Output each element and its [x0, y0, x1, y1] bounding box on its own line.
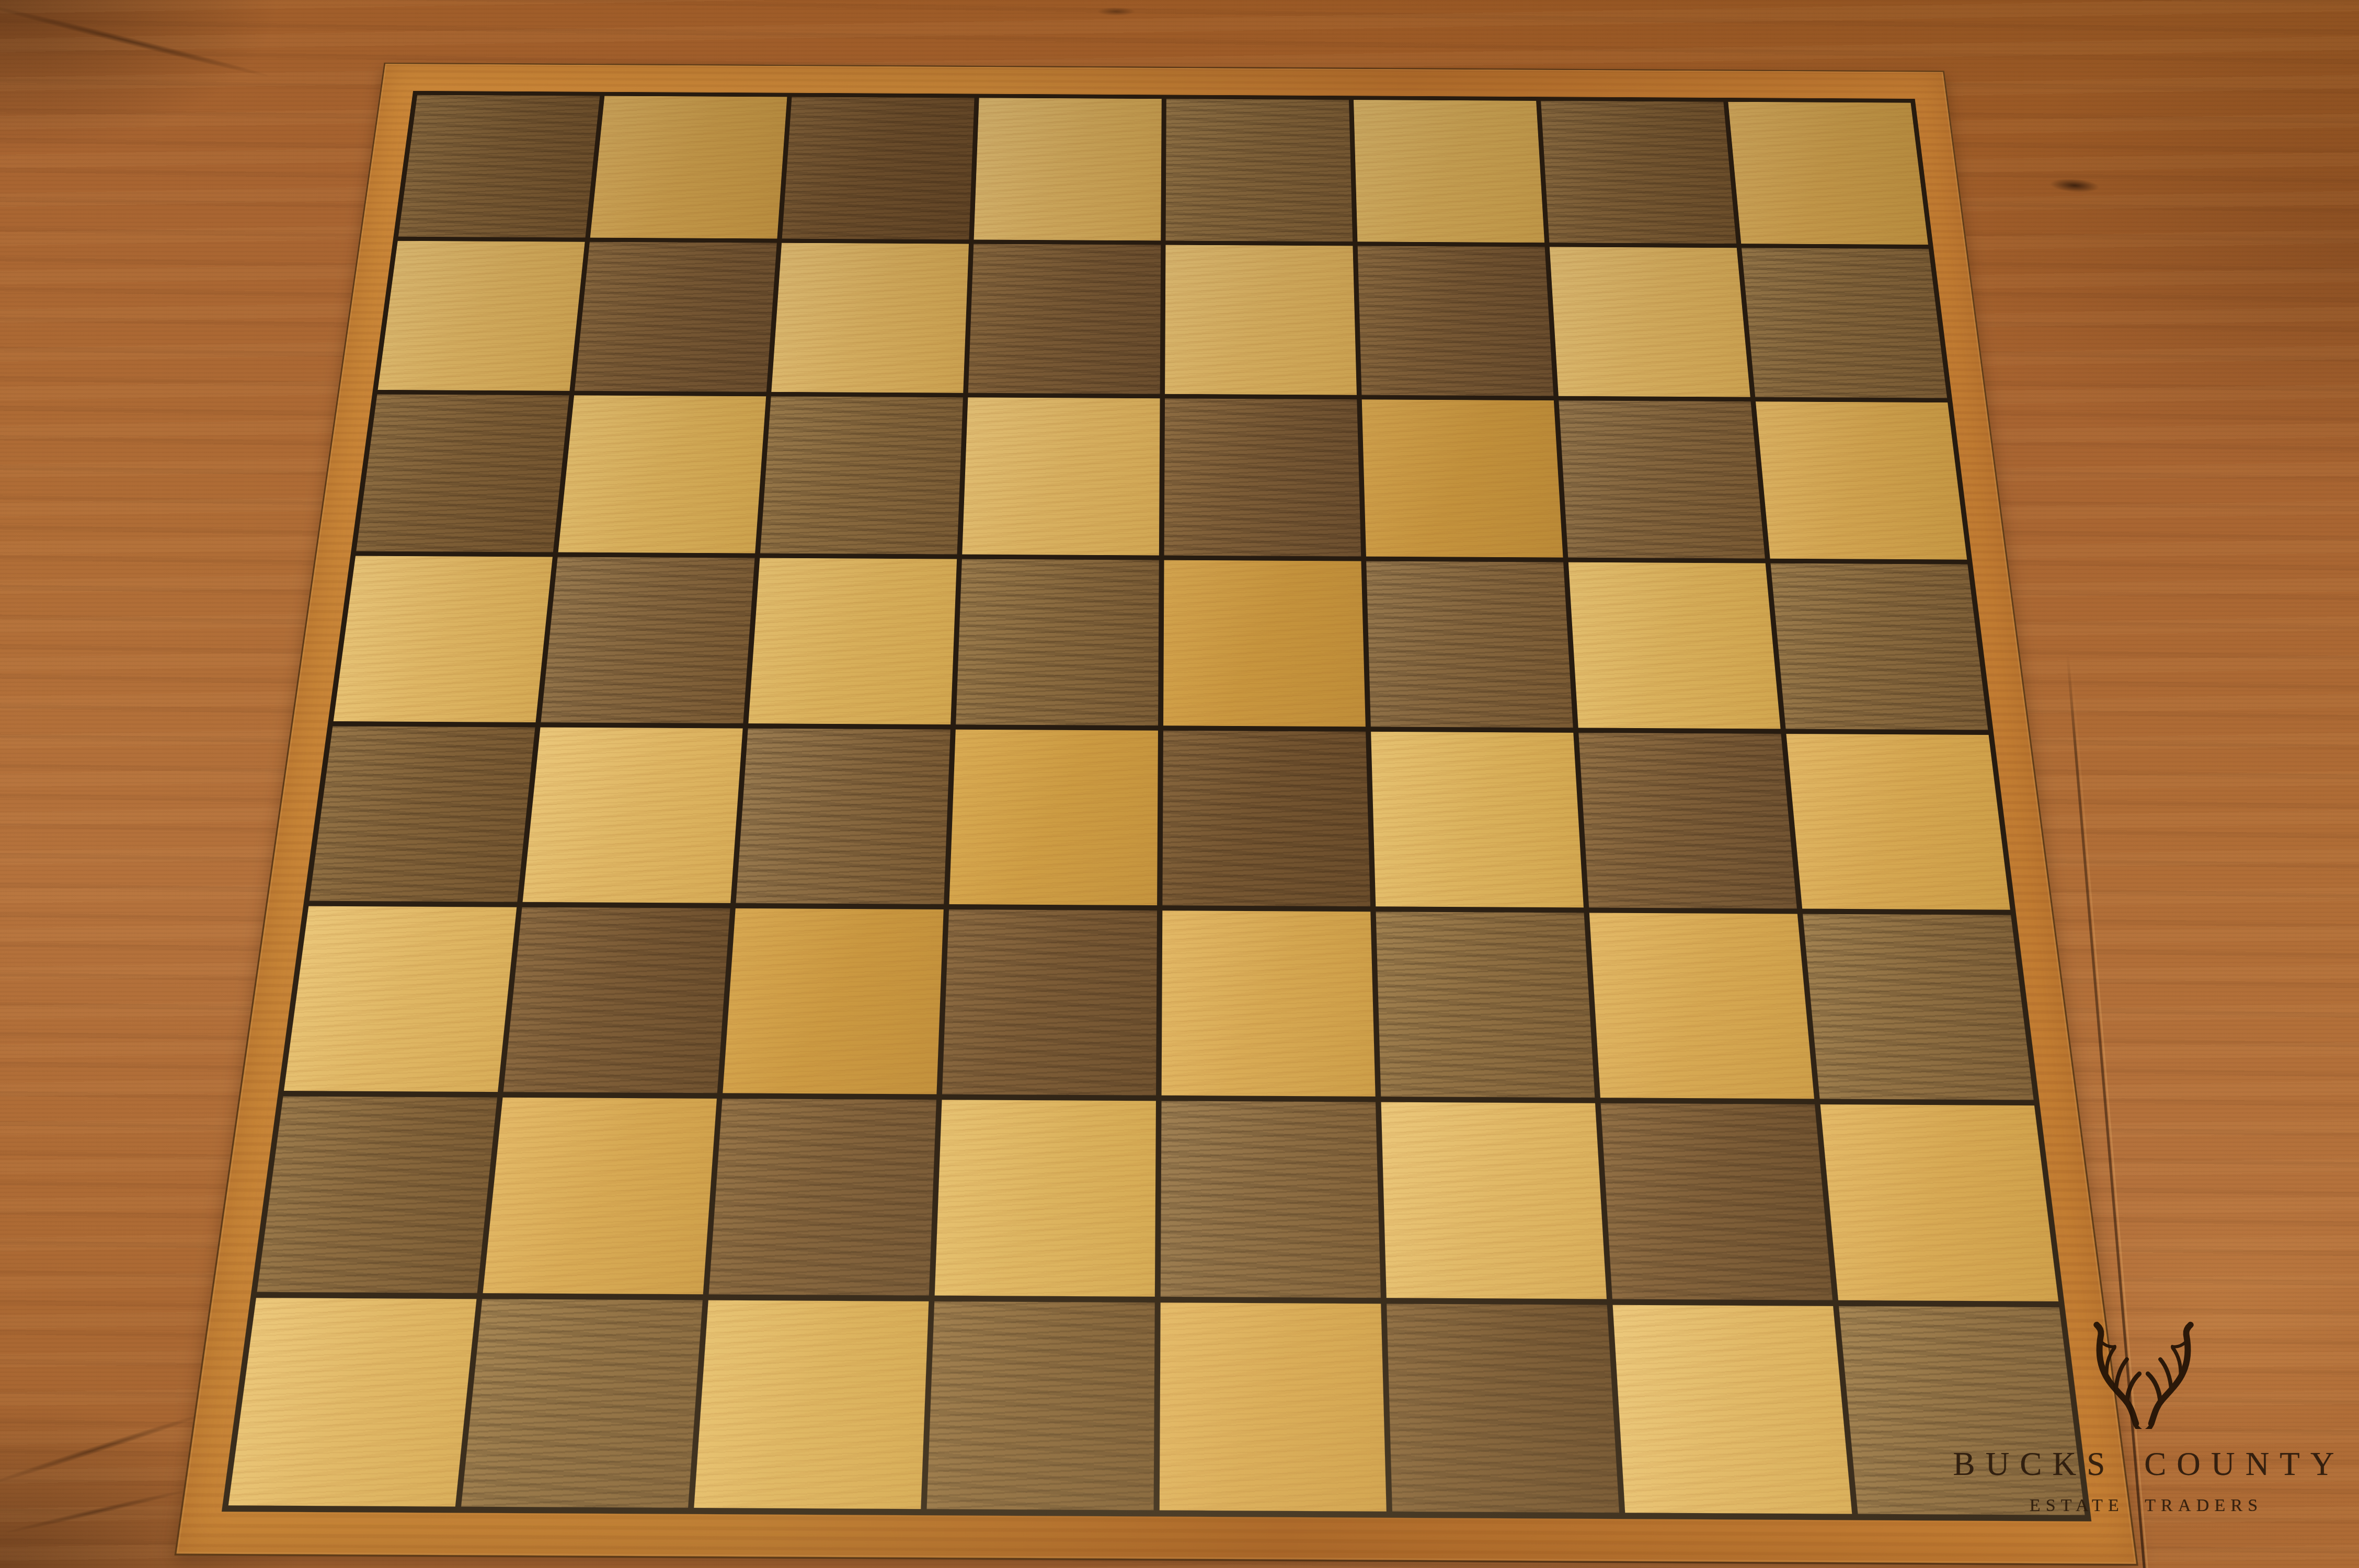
square-r3c7[interactable]: [1559, 400, 1765, 558]
square-r2c8[interactable]: [1742, 248, 1947, 398]
square-r2c1[interactable]: [378, 241, 585, 391]
square-r7c7[interactable]: [1601, 1103, 1833, 1300]
wood-grain-streak: [5, 1488, 189, 1536]
square-r5c8[interactable]: [1786, 734, 2010, 910]
square-r8c5[interactable]: [1160, 1302, 1387, 1512]
game-board: [175, 63, 2138, 1566]
square-r6c5[interactable]: [1162, 910, 1376, 1097]
square-r7c3[interactable]: [709, 1099, 936, 1296]
square-r2c6[interactable]: [1358, 246, 1554, 396]
square-r4c1[interactable]: [334, 556, 553, 722]
square-r4c8[interactable]: [1770, 563, 1988, 730]
square-r6c6[interactable]: [1376, 912, 1595, 1098]
square-r8c8[interactable]: [1839, 1306, 2085, 1515]
square-r5c1[interactable]: [310, 726, 535, 902]
square-r4c2[interactable]: [541, 557, 754, 724]
square-r2c5[interactable]: [1165, 245, 1357, 395]
square-r8c2[interactable]: [461, 1299, 703, 1507]
square-r7c2[interactable]: [483, 1098, 717, 1295]
square-r8c1[interactable]: [228, 1298, 477, 1506]
wood-grain-streak: [0, 1, 268, 79]
square-r3c3[interactable]: [760, 396, 963, 554]
square-r4c4[interactable]: [956, 559, 1159, 726]
square-r5c4[interactable]: [949, 730, 1158, 905]
square-r1c2[interactable]: [590, 96, 787, 239]
square-r2c4[interactable]: [968, 244, 1161, 394]
square-r1c3[interactable]: [782, 97, 975, 239]
square-r2c7[interactable]: [1550, 247, 1750, 397]
square-r7c1[interactable]: [257, 1097, 497, 1293]
square-r4c3[interactable]: [748, 558, 957, 725]
square-r1c6[interactable]: [1354, 100, 1544, 243]
wood-knot: [2049, 177, 2100, 194]
square-r4c5[interactable]: [1163, 560, 1366, 727]
square-r5c6[interactable]: [1371, 732, 1584, 907]
photo-scene: BUCKS COUNTY ESTATE TRADERS: [0, 0, 2359, 1568]
square-r7c8[interactable]: [1820, 1104, 2059, 1301]
square-r8c6[interactable]: [1387, 1304, 1619, 1513]
square-r3c6[interactable]: [1362, 399, 1563, 557]
square-r3c2[interactable]: [558, 395, 766, 553]
square-r5c3[interactable]: [736, 729, 951, 904]
square-r3c8[interactable]: [1756, 401, 1967, 559]
square-r2c2[interactable]: [575, 242, 777, 392]
square-r6c7[interactable]: [1589, 913, 1814, 1099]
square-r7c6[interactable]: [1381, 1102, 1607, 1299]
square-r1c4[interactable]: [974, 98, 1162, 240]
square-r5c7[interactable]: [1578, 733, 1797, 909]
square-r3c1[interactable]: [356, 394, 569, 552]
wood-knot: [1097, 7, 1136, 16]
square-r5c2[interactable]: [523, 728, 743, 903]
square-r8c4[interactable]: [927, 1301, 1155, 1511]
square-r8c7[interactable]: [1613, 1305, 1852, 1514]
square-r5c5[interactable]: [1162, 731, 1370, 906]
square-r6c8[interactable]: [1803, 914, 2034, 1100]
square-r8c3[interactable]: [694, 1300, 929, 1509]
square-r1c7[interactable]: [1541, 101, 1736, 244]
square-r2c3[interactable]: [771, 243, 969, 393]
square-r3c4[interactable]: [962, 397, 1160, 555]
wood-grain-streak: [0, 1411, 204, 1487]
square-r1c8[interactable]: [1728, 102, 1928, 245]
square-r6c1[interactable]: [284, 906, 517, 1092]
square-r6c2[interactable]: [503, 907, 730, 1093]
square-r4c7[interactable]: [1568, 562, 1781, 729]
square-r7c4[interactable]: [935, 1100, 1156, 1297]
square-r1c5[interactable]: [1166, 99, 1353, 241]
square-r3c5[interactable]: [1164, 398, 1361, 556]
board-grid: [222, 91, 2091, 1521]
square-r7c5[interactable]: [1161, 1101, 1381, 1298]
square-r1c1[interactable]: [398, 95, 600, 238]
square-r6c4[interactable]: [942, 909, 1157, 1096]
square-r6c3[interactable]: [723, 908, 943, 1094]
square-r4c6[interactable]: [1366, 561, 1573, 728]
